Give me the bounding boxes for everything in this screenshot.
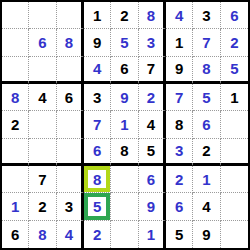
cell-r9c3[interactable]: 4 [57, 221, 84, 248]
cell-r4c4[interactable]: 3 [84, 84, 111, 111]
cell-r3c7[interactable]: 9 [166, 57, 193, 84]
selected-cell[interactable]: 5 [84, 193, 111, 220]
cell-r2c9[interactable]: 2 [221, 29, 248, 56]
cell-r1c7[interactable]: 4 [166, 2, 193, 29]
cell-r4c1[interactable]: 8 [2, 84, 29, 111]
cell-r3c9[interactable]: 5 [221, 57, 248, 84]
cell-r7c9[interactable] [221, 166, 248, 193]
cell-r3c1[interactable] [2, 57, 29, 84]
cell-r5c1[interactable]: 2 [2, 111, 29, 138]
cell-r3c5[interactable]: 6 [111, 57, 138, 84]
cell-r9c7[interactable]: 5 [166, 221, 193, 248]
cell-r1c4[interactable]: 1 [84, 2, 111, 29]
cell-r8c2[interactable]: 2 [29, 193, 56, 220]
cell-r9c5[interactable] [111, 221, 138, 248]
cell-r1c2[interactable] [29, 2, 56, 29]
cell-r6c7[interactable]: 3 [166, 139, 193, 166]
cell-r4c8[interactable]: 5 [193, 84, 220, 111]
cell-r1c5[interactable]: 2 [111, 2, 138, 29]
cell-r4c5[interactable]: 9 [111, 84, 138, 111]
cell-r5c7[interactable]: 8 [166, 111, 193, 138]
sudoku-app: 1284366895317246798584639275127148668532… [0, 0, 250, 250]
cell-r1c1[interactable] [2, 2, 29, 29]
cell-r8c6[interactable]: 9 [139, 193, 166, 220]
cell-r7c1[interactable] [2, 166, 29, 193]
cell-r5c4[interactable]: 7 [84, 111, 111, 138]
cell-r1c3[interactable] [57, 2, 84, 29]
cell-r8c9[interactable] [221, 193, 248, 220]
cell-r2c4[interactable]: 9 [84, 29, 111, 56]
cell-r5c3[interactable] [57, 111, 84, 138]
cell-r6c8[interactable]: 2 [193, 139, 220, 166]
cell-r8c3[interactable]: 3 [57, 193, 84, 220]
cell-r3c6[interactable]: 7 [139, 57, 166, 84]
cell-r5c9[interactable] [221, 111, 248, 138]
cell-r8c5[interactable] [111, 193, 138, 220]
cell-r6c1[interactable] [2, 139, 29, 166]
cell-r9c1[interactable]: 6 [2, 221, 29, 248]
active-cell[interactable]: 8 [84, 166, 111, 193]
cell-r7c5[interactable] [111, 166, 138, 193]
cell-r7c2[interactable]: 7 [29, 166, 56, 193]
cell-r5c6[interactable]: 4 [139, 111, 166, 138]
cell-r4c9[interactable]: 1 [221, 84, 248, 111]
cell-r7c7[interactable]: 2 [166, 166, 193, 193]
cell-r4c7[interactable]: 7 [166, 84, 193, 111]
cell-r9c2[interactable]: 8 [29, 221, 56, 248]
cell-r4c2[interactable]: 4 [29, 84, 56, 111]
cell-r2c3[interactable]: 8 [57, 29, 84, 56]
cell-r2c2[interactable]: 6 [29, 29, 56, 56]
cell-r3c2[interactable] [29, 57, 56, 84]
cell-r2c6[interactable]: 3 [139, 29, 166, 56]
cell-r4c6[interactable]: 2 [139, 84, 166, 111]
cell-r5c8[interactable]: 6 [193, 111, 220, 138]
cell-r2c7[interactable]: 1 [166, 29, 193, 56]
cell-r9c9[interactable] [221, 221, 248, 248]
cell-r6c9[interactable] [221, 139, 248, 166]
cell-r7c3[interactable] [57, 166, 84, 193]
cell-r1c6[interactable]: 8 [139, 2, 166, 29]
cell-r2c8[interactable]: 7 [193, 29, 220, 56]
cell-r6c5[interactable]: 8 [111, 139, 138, 166]
cell-r6c2[interactable] [29, 139, 56, 166]
cell-r6c6[interactable]: 5 [139, 139, 166, 166]
cell-r2c1[interactable] [2, 29, 29, 56]
cell-r6c4[interactable]: 6 [84, 139, 111, 166]
cell-r8c8[interactable]: 4 [193, 193, 220, 220]
cell-r3c3[interactable] [57, 57, 84, 84]
cell-r7c8[interactable]: 1 [193, 166, 220, 193]
cell-r2c5[interactable]: 5 [111, 29, 138, 56]
cell-r9c8[interactable]: 9 [193, 221, 220, 248]
cell-r5c5[interactable]: 1 [111, 111, 138, 138]
cell-r8c7[interactable]: 6 [166, 193, 193, 220]
sudoku-board: 1284366895317246798584639275127148668532… [0, 0, 250, 250]
cell-r6c3[interactable] [57, 139, 84, 166]
cell-r5c2[interactable] [29, 111, 56, 138]
cell-r8c1[interactable]: 1 [2, 193, 29, 220]
cell-r4c3[interactable]: 6 [57, 84, 84, 111]
cell-r1c9[interactable]: 6 [221, 2, 248, 29]
cell-r9c4[interactable]: 2 [84, 221, 111, 248]
cell-r3c8[interactable]: 8 [193, 57, 220, 84]
cell-r7c6[interactable]: 6 [139, 166, 166, 193]
cell-r1c8[interactable]: 3 [193, 2, 220, 29]
cell-r3c4[interactable]: 4 [84, 57, 111, 84]
cell-r9c6[interactable]: 1 [139, 221, 166, 248]
